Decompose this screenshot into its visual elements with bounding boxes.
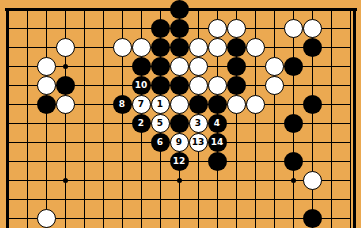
black-stone[interactable] [208, 152, 227, 171]
black-stone[interactable] [189, 95, 208, 114]
black-stone[interactable] [303, 209, 322, 228]
white-stone-move-7[interactable]: 7 [132, 95, 151, 114]
black-stone-move-12[interactable]: 12 [170, 152, 189, 171]
white-stone[interactable] [56, 95, 75, 114]
white-stone-move-13[interactable]: 13 [189, 133, 208, 152]
move-number-label: 4 [214, 119, 220, 128]
black-stone[interactable] [284, 114, 303, 133]
white-stone[interactable] [37, 57, 56, 76]
black-stone-move-14[interactable]: 14 [208, 133, 227, 152]
white-stone[interactable] [208, 76, 227, 95]
move-number-label: 1 [157, 100, 163, 109]
white-stone[interactable] [189, 57, 208, 76]
black-stone[interactable] [227, 57, 246, 76]
black-stone[interactable] [303, 95, 322, 114]
black-stone-move-10[interactable]: 10 [132, 76, 151, 95]
black-stone[interactable] [151, 57, 170, 76]
white-stone[interactable] [284, 19, 303, 38]
white-stone[interactable] [37, 209, 56, 228]
white-stone[interactable] [227, 19, 246, 38]
black-stone[interactable] [170, 0, 189, 19]
white-stone[interactable] [170, 57, 189, 76]
move-number-label: 3 [195, 119, 201, 128]
black-stone[interactable] [151, 19, 170, 38]
move-number-label: 10 [135, 81, 148, 90]
white-stone[interactable] [303, 171, 322, 190]
black-stone[interactable] [284, 57, 303, 76]
black-stone-move-6[interactable]: 6 [151, 133, 170, 152]
white-stone[interactable] [246, 95, 265, 114]
white-stone[interactable] [113, 38, 132, 57]
white-stone[interactable] [37, 76, 56, 95]
move-number-label: 9 [176, 138, 182, 147]
black-stone-move-8[interactable]: 8 [113, 95, 132, 114]
move-number-label: 6 [157, 138, 163, 147]
black-stone[interactable] [170, 38, 189, 57]
white-stone[interactable] [208, 38, 227, 57]
white-stone[interactable] [189, 38, 208, 57]
white-stone[interactable] [303, 19, 322, 38]
move-number-label: 13 [192, 138, 205, 147]
black-stone[interactable] [303, 38, 322, 57]
stones-layer: 10871253469131412 [0, 0, 360, 228]
black-stone[interactable] [151, 38, 170, 57]
move-number-label: 8 [119, 100, 125, 109]
black-stone[interactable] [56, 76, 75, 95]
white-stone[interactable] [265, 57, 284, 76]
black-stone[interactable] [37, 95, 56, 114]
move-number-label: 5 [157, 119, 163, 128]
black-stone[interactable] [170, 76, 189, 95]
go-diagram: 10871253469131412 [0, 0, 361, 228]
move-number-label: 2 [138, 119, 144, 128]
black-stone[interactable] [132, 57, 151, 76]
white-stone-move-1[interactable]: 1 [151, 95, 170, 114]
black-stone[interactable] [284, 152, 303, 171]
white-stone-move-3[interactable]: 3 [189, 114, 208, 133]
black-stone[interactable] [227, 76, 246, 95]
black-stone[interactable] [208, 95, 227, 114]
white-stone[interactable] [246, 38, 265, 57]
white-stone-move-5[interactable]: 5 [151, 114, 170, 133]
white-stone[interactable] [56, 38, 75, 57]
black-stone-move-2[interactable]: 2 [132, 114, 151, 133]
white-stone[interactable] [189, 76, 208, 95]
black-stone[interactable] [151, 76, 170, 95]
move-number-label: 7 [138, 100, 144, 109]
black-stone[interactable] [227, 38, 246, 57]
white-stone[interactable] [265, 76, 284, 95]
white-stone[interactable] [170, 95, 189, 114]
move-number-label: 14 [211, 138, 224, 147]
white-stone[interactable] [132, 38, 151, 57]
white-stone[interactable] [208, 19, 227, 38]
white-stone[interactable] [227, 95, 246, 114]
black-stone[interactable] [170, 114, 189, 133]
black-stone[interactable] [170, 19, 189, 38]
white-stone-move-9[interactable]: 9 [170, 133, 189, 152]
black-stone-move-4[interactable]: 4 [208, 114, 227, 133]
move-number-label: 12 [173, 157, 186, 166]
